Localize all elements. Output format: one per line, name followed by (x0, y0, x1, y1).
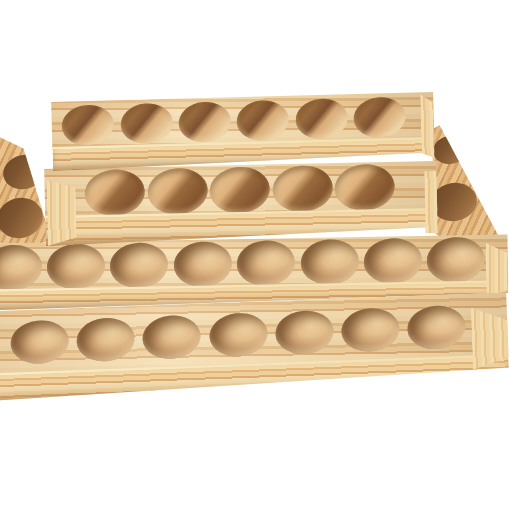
board-row-1 (51, 92, 435, 171)
pit-row4-6[interactable] (339, 305, 401, 354)
board-row-4 (0, 292, 510, 403)
pit-row4-7[interactable] (405, 303, 467, 352)
pit-row3-4[interactable] (172, 239, 234, 289)
pit-row3-3[interactable] (108, 240, 170, 290)
pit-row3-1[interactable] (0, 242, 43, 292)
row-2-left-end-face (46, 176, 76, 246)
pit-row1-3[interactable] (177, 99, 233, 144)
pit-row2-5[interactable] (333, 161, 397, 212)
pit-row4-4[interactable] (207, 310, 269, 359)
pit-row3-8[interactable] (425, 234, 487, 284)
pit-row1-1[interactable] (60, 102, 116, 147)
pit-row2-1[interactable] (83, 167, 147, 218)
board-photo-stage (0, 0, 510, 510)
row-2-right-end-face (424, 171, 437, 233)
row-1-right-end-face (420, 94, 435, 158)
pit-row2-2[interactable] (146, 165, 210, 216)
pit-row1-6[interactable] (352, 95, 408, 140)
pit-row1-5[interactable] (294, 96, 350, 141)
pit-row4-5[interactable] (273, 307, 335, 356)
pit-row4-3[interactable] (141, 312, 203, 361)
pit-row3-6[interactable] (299, 237, 361, 287)
back-left-board-pit-1 (0, 150, 48, 193)
pit-row2-3[interactable] (208, 164, 272, 215)
pit-row4-1[interactable] (9, 317, 71, 366)
pit-row3-7[interactable] (362, 235, 424, 285)
pit-row3-2[interactable] (45, 241, 107, 291)
pit-row2-4[interactable] (270, 163, 334, 214)
pit-row3-5[interactable] (235, 238, 297, 288)
pit-row4-2[interactable] (75, 315, 137, 364)
back-left-board-pit-2 (0, 193, 47, 243)
board-row-2 (44, 161, 438, 246)
pit-row1-4[interactable] (235, 98, 291, 143)
pit-row1-2[interactable] (119, 101, 175, 146)
